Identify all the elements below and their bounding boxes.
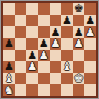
square-a2[interactable]: ♝ <box>3 73 15 85</box>
square-a4[interactable] <box>3 50 15 62</box>
white-king-icon[interactable]: ♚ <box>74 73 84 84</box>
white-pawn-icon[interactable]: ♟ <box>27 61 37 72</box>
square-e5[interactable]: ♟ <box>50 38 62 50</box>
black-pawn-icon[interactable]: ♟ <box>4 38 14 49</box>
square-c5[interactable] <box>26 38 38 50</box>
black-pawn-icon[interactable]: ♟ <box>4 61 14 72</box>
square-a1[interactable]: ♞ <box>3 84 15 96</box>
square-g2[interactable]: ♚ <box>73 73 85 85</box>
black-pawn-icon[interactable]: ♟ <box>62 15 72 26</box>
black-pawn-icon[interactable]: ♟ <box>50 26 60 37</box>
square-f4[interactable] <box>61 50 73 62</box>
black-pawn-icon[interactable]: ♟ <box>85 15 95 26</box>
white-bishop-icon[interactable]: ♝ <box>4 73 14 84</box>
square-c2[interactable] <box>26 73 38 85</box>
square-g6[interactable]: ♟ <box>73 26 85 38</box>
square-g1[interactable] <box>73 84 85 96</box>
square-e6[interactable]: ♟ <box>50 26 62 38</box>
square-a3[interactable]: ♟ <box>3 61 15 73</box>
square-g7[interactable] <box>73 15 85 27</box>
square-h5[interactable] <box>84 38 96 50</box>
square-h2[interactable] <box>84 73 96 85</box>
square-d1[interactable] <box>38 84 50 96</box>
square-b2[interactable] <box>15 73 27 85</box>
square-e1[interactable] <box>50 84 62 96</box>
square-c6[interactable] <box>26 26 38 38</box>
square-f8[interactable] <box>61 3 73 15</box>
chess-board: ♚♟♟♟♟♟♟♟♟♟♟♟♟♟♝♝♚♞ <box>0 0 99 99</box>
square-c4[interactable]: ♟ <box>26 50 38 62</box>
white-pawn-icon[interactable]: ♟ <box>50 38 60 49</box>
square-e3[interactable] <box>50 61 62 73</box>
white-bishop-icon[interactable]: ♝ <box>62 61 72 72</box>
white-pawn-icon[interactable]: ♟ <box>85 26 95 37</box>
square-g3[interactable] <box>73 61 85 73</box>
white-pawn-icon[interactable]: ♟ <box>39 50 49 61</box>
square-a8[interactable] <box>3 3 15 15</box>
square-g5[interactable]: ♟ <box>73 38 85 50</box>
square-b6[interactable] <box>15 26 27 38</box>
square-a6[interactable] <box>3 26 15 38</box>
square-e2[interactable] <box>50 73 62 85</box>
square-d7[interactable] <box>38 15 50 27</box>
square-h4[interactable] <box>84 50 96 62</box>
square-b4[interactable] <box>15 50 27 62</box>
square-c3[interactable]: ♟ <box>26 61 38 73</box>
square-g4[interactable] <box>73 50 85 62</box>
square-f7[interactable]: ♟ <box>61 15 73 27</box>
black-pawn-icon[interactable]: ♟ <box>27 50 37 61</box>
square-e4[interactable] <box>50 50 62 62</box>
square-d2[interactable] <box>38 73 50 85</box>
square-f1[interactable] <box>61 84 73 96</box>
square-b1[interactable] <box>15 84 27 96</box>
square-d6[interactable] <box>38 26 50 38</box>
white-pawn-icon[interactable]: ♟ <box>74 38 84 49</box>
square-b3[interactable] <box>15 61 27 73</box>
square-b8[interactable] <box>15 3 27 15</box>
chess-diagram: ♚♟♟♟♟♟♟♟♟♟♟♟♟♟♝♝♚♞ <box>0 0 99 99</box>
square-h8[interactable] <box>84 3 96 15</box>
square-c7[interactable] <box>26 15 38 27</box>
square-h6[interactable]: ♟ <box>84 26 96 38</box>
white-knight-icon[interactable]: ♞ <box>4 84 14 95</box>
square-d8[interactable] <box>38 3 50 15</box>
square-d5[interactable]: ♟ <box>38 38 50 50</box>
square-e8[interactable] <box>50 3 62 15</box>
black-pawn-icon[interactable]: ♟ <box>39 38 49 49</box>
square-f3[interactable]: ♝ <box>61 61 73 73</box>
square-h1[interactable] <box>84 84 96 96</box>
square-f5[interactable] <box>61 38 73 50</box>
square-h7[interactable]: ♟ <box>84 15 96 27</box>
black-pawn-icon[interactable]: ♟ <box>74 26 84 37</box>
square-c8[interactable] <box>26 3 38 15</box>
square-f6[interactable] <box>61 26 73 38</box>
square-d3[interactable] <box>38 61 50 73</box>
black-king-icon[interactable]: ♚ <box>74 3 84 14</box>
square-e7[interactable] <box>50 15 62 27</box>
square-b5[interactable] <box>15 38 27 50</box>
square-g8[interactable]: ♚ <box>73 3 85 15</box>
square-b7[interactable] <box>15 15 27 27</box>
square-c1[interactable] <box>26 84 38 96</box>
square-a7[interactable] <box>3 15 15 27</box>
square-h3[interactable] <box>84 61 96 73</box>
square-f2[interactable] <box>61 73 73 85</box>
square-a5[interactable]: ♟ <box>3 38 15 50</box>
square-d4[interactable]: ♟ <box>38 50 50 62</box>
